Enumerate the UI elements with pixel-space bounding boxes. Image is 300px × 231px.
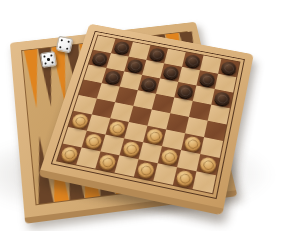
dark-checker-piece <box>162 65 179 80</box>
product-photo-scene <box>0 0 300 231</box>
light-checker-piece <box>136 162 155 179</box>
light-checker-piece <box>175 170 194 187</box>
dark-checker-piece <box>199 72 216 87</box>
dark-checker-piece <box>220 61 237 76</box>
light-checker-piece <box>98 154 117 171</box>
dark-checker-piece <box>149 47 166 61</box>
dark-checker-piece <box>140 77 158 92</box>
dark-checker-piece <box>113 41 130 55</box>
dark-checker-piece <box>214 91 231 106</box>
light-checker-piece <box>108 120 126 136</box>
die-right <box>56 36 74 54</box>
die-pip-cell <box>50 60 54 64</box>
light-checker-piece <box>184 135 202 151</box>
die-pip <box>51 61 54 64</box>
light-checker-piece <box>71 113 90 129</box>
light-checker-piece <box>84 133 103 149</box>
die-left <box>40 51 57 68</box>
light-checker-piece <box>122 141 141 157</box>
dark-checker-piece <box>127 58 144 72</box>
dark-checker-piece <box>91 52 109 66</box>
light-checker-piece <box>146 128 164 144</box>
die-pip <box>66 47 69 50</box>
dark-checker-piece <box>177 84 194 99</box>
light-checker-piece <box>60 146 79 163</box>
square-r8c8 <box>193 171 216 193</box>
dark-checker-piece <box>104 70 122 85</box>
die-pip-cell <box>65 46 69 50</box>
light-checker-piece <box>160 148 178 165</box>
light-checker-piece <box>199 156 217 173</box>
dark-checker-piece <box>184 54 201 68</box>
